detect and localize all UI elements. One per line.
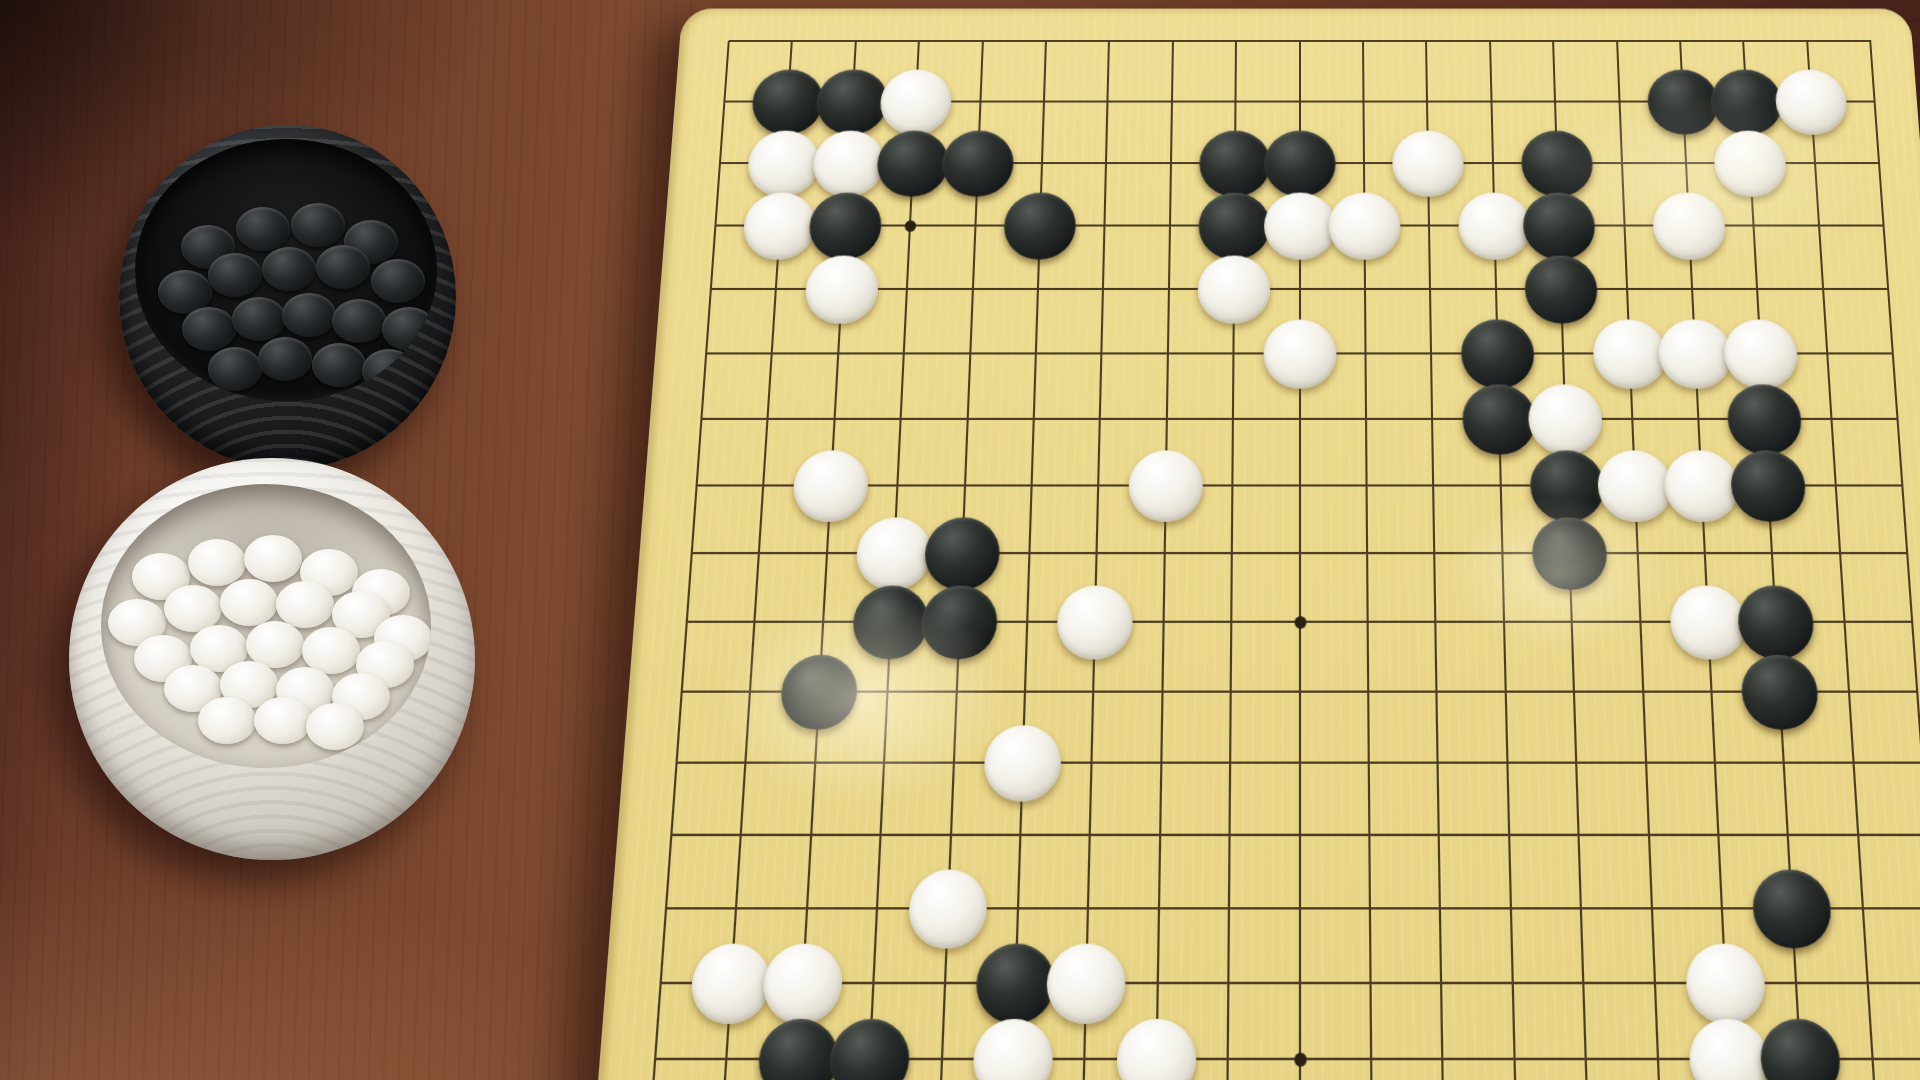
black-stone (941, 131, 1015, 197)
black-stone (1199, 131, 1271, 197)
black-stone (1462, 384, 1537, 454)
white-stone (1392, 131, 1464, 197)
white-stone (1723, 319, 1800, 388)
white-stone (1057, 586, 1134, 660)
white-stone-in-bowl (276, 581, 334, 628)
black-stone (920, 586, 998, 660)
black-stone-in-bowl (332, 299, 386, 343)
star-point (905, 220, 917, 231)
white-stone-in-bowl (244, 535, 302, 582)
white-stone (1329, 193, 1401, 260)
grid-line-h (682, 691, 1919, 693)
black-stone-in-bowl (232, 297, 286, 341)
black-stone-in-bowl (362, 349, 416, 393)
black-stone (1460, 319, 1534, 388)
black-stone (807, 193, 882, 260)
white-stone-in-bowl (188, 539, 246, 586)
white-stone (907, 870, 988, 949)
black-stone (828, 1019, 911, 1080)
board-grid (638, 41, 1920, 1080)
black-stone (1759, 1019, 1843, 1080)
white-stone-in-bowl (254, 697, 312, 744)
black-stone (876, 131, 950, 197)
white-stone (1046, 944, 1126, 1024)
black-stone (1531, 517, 1608, 590)
grid-line-h (666, 907, 1920, 909)
black-stone (1198, 193, 1270, 260)
black-stone (851, 586, 930, 660)
white-stone (1592, 319, 1668, 388)
white-stone (803, 256, 879, 324)
white-stone-in-bowl (198, 697, 256, 744)
white-stone (1116, 1019, 1196, 1080)
black-stone (779, 655, 859, 730)
white-stone (1128, 450, 1203, 521)
black-stone (975, 944, 1056, 1024)
white-stone (855, 517, 933, 590)
black-stone-in-bowl (316, 245, 370, 289)
white-stone (1685, 944, 1767, 1024)
white-stone (1688, 1019, 1771, 1080)
black-stone (923, 517, 1000, 590)
black-stone-in-bowl (291, 203, 345, 247)
black-stone-in-bowl (258, 337, 312, 381)
black-stone (756, 1019, 840, 1080)
white-stone (811, 131, 886, 197)
white-stone-in-bowl (306, 703, 364, 750)
white-stone (1652, 193, 1727, 260)
black-stone (815, 70, 889, 135)
white-stone (1264, 193, 1336, 260)
grid-line-h (671, 834, 1920, 836)
grid-line-v (1151, 41, 1173, 1080)
white-stone (1713, 131, 1788, 197)
black-stone (1264, 131, 1335, 197)
black-stone (1726, 384, 1803, 454)
black-stone (1530, 450, 1606, 521)
white-stone (690, 944, 774, 1024)
grid-line-v (1869, 41, 1920, 1080)
white-stone (1458, 193, 1531, 260)
white-stone (761, 944, 844, 1024)
white-stone (879, 70, 953, 135)
white-bowl-opening (101, 484, 431, 768)
black-stone (1003, 193, 1077, 260)
white-stone (1198, 256, 1271, 324)
black-bowl-opening (135, 139, 437, 401)
go-board (552, 9, 1920, 1080)
black-stone-in-bowl (312, 343, 366, 387)
white-stone (1528, 384, 1604, 454)
black-stone (1751, 870, 1833, 949)
black-stone (1710, 70, 1784, 135)
white-stone (972, 1019, 1054, 1080)
black-stone-in-bowl (182, 307, 236, 351)
black-stone (751, 70, 826, 135)
star-point (1294, 616, 1306, 628)
black-stone (1522, 193, 1596, 260)
black-stone-in-bowl (208, 253, 262, 297)
white-stone (1263, 319, 1336, 388)
white-stone (983, 725, 1062, 801)
grid-line-v (1616, 41, 1668, 1080)
black-stone-in-bowl (236, 207, 290, 251)
white-stone (1774, 70, 1849, 135)
grid-line-v (1425, 41, 1447, 1080)
black-stone-in-bowl (382, 307, 436, 351)
black-stone (1730, 450, 1808, 521)
black-stone (1646, 70, 1720, 135)
white-stone-in-bowl (220, 579, 278, 626)
white-stone (1663, 450, 1740, 521)
black-stone (1521, 131, 1594, 197)
star-point (1294, 1053, 1306, 1067)
white-stone (1657, 319, 1733, 388)
white-stone (1596, 450, 1673, 521)
black-stone-in-bowl (282, 293, 336, 337)
black-stone-in-bowl (208, 347, 262, 391)
grid-line-v (1078, 41, 1110, 1080)
white-stone (742, 193, 818, 260)
black-stone-in-bowl (371, 259, 425, 303)
white-stone-bowl (69, 458, 475, 860)
white-stone (1669, 586, 1748, 660)
black-stone (1737, 586, 1816, 660)
white-stone (791, 450, 869, 521)
grid-line-h (676, 762, 1920, 764)
white-stone (746, 131, 821, 197)
black-stone (1524, 256, 1598, 324)
black-stone-in-bowl (262, 247, 316, 291)
black-stone-bowl (119, 125, 456, 469)
black-stone (1740, 655, 1820, 730)
